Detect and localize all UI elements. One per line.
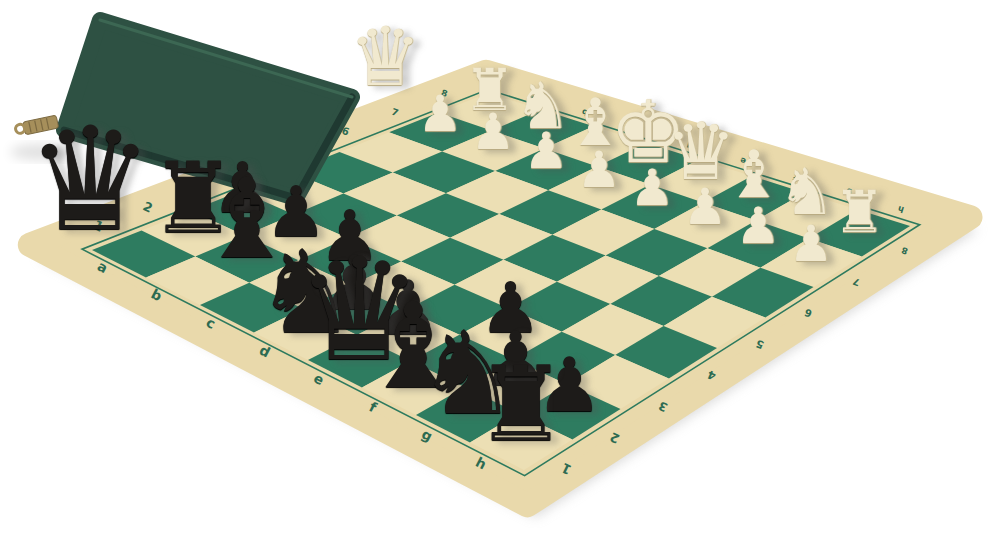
piece-black-rook-h1[interactable]: ♜ xyxy=(475,352,568,456)
piece-white-pawn-d7[interactable]: ♟ xyxy=(577,145,622,195)
piece-white-pawn-c7[interactable]: ♟ xyxy=(524,126,569,176)
white-extra-queen[interactable]: ♛ xyxy=(349,18,422,99)
piece-white-pawn-b7[interactable]: ♟ xyxy=(471,107,516,157)
piece-white-rook-h8[interactable]: ♜ xyxy=(833,183,885,241)
piece-white-pawn-a7[interactable]: ♟ xyxy=(418,89,463,139)
piece-white-pawn-h7[interactable]: ♟ xyxy=(789,219,834,269)
piece-white-pawn-g7[interactable]: ♟ xyxy=(736,201,781,251)
piece-white-pawn-f7[interactable]: ♟ xyxy=(683,182,728,232)
piece-white-pawn-e7[interactable]: ♟ xyxy=(630,163,675,213)
black-edge-queen[interactable]: ♛ xyxy=(26,108,154,251)
chess-set-product-photo: aabbccddeeffgghh1122334455667788 ♛♜♞♟♝♟♚… xyxy=(0,0,1000,540)
